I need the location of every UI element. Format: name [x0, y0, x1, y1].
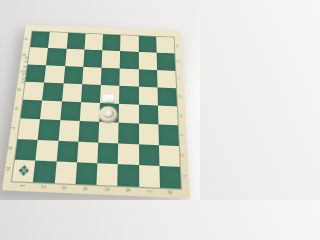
- square[interactable]: [77, 141, 99, 163]
- square[interactable]: [138, 36, 156, 53]
- file-label: f: [10, 127, 15, 129]
- square[interactable]: [75, 162, 97, 185]
- square[interactable]: [84, 34, 103, 51]
- square[interactable]: [120, 68, 139, 86]
- square[interactable]: [158, 106, 178, 126]
- rank-label: 2: [40, 185, 46, 189]
- rank-label: 6: [125, 189, 131, 193]
- square[interactable]: [101, 67, 120, 85]
- square[interactable]: [82, 66, 102, 84]
- square[interactable]: [78, 121, 99, 142]
- square[interactable]: [157, 70, 176, 88]
- square[interactable]: [120, 35, 138, 52]
- square[interactable]: [97, 142, 118, 164]
- square[interactable]: [102, 51, 121, 69]
- square[interactable]: [158, 125, 179, 146]
- square[interactable]: [33, 160, 56, 183]
- square[interactable]: [23, 81, 44, 100]
- square[interactable]: [20, 100, 42, 120]
- square[interactable]: [40, 100, 61, 120]
- square[interactable]: [139, 144, 160, 166]
- file-label: h: [5, 168, 11, 171]
- square[interactable]: [139, 124, 159, 145]
- square[interactable]: [159, 145, 180, 167]
- square[interactable]: [120, 51, 138, 69]
- square[interactable]: [138, 69, 157, 87]
- file-label: b: [176, 60, 181, 63]
- photo-scene: { "game": "chess", "scene": { "descripti…: [0, 0, 200, 200]
- file-label: g: [8, 146, 14, 149]
- file-label: b: [21, 54, 26, 57]
- file-label: e: [13, 107, 18, 110]
- square[interactable]: [54, 161, 77, 184]
- rank-label: 7: [146, 190, 152, 194]
- square[interactable]: [26, 64, 47, 82]
- square[interactable]: [62, 83, 82, 102]
- board-perspective-wrapper: US CHESS ❖ 12345678abcdefghabcdefgh: [2, 25, 190, 199]
- square[interactable]: [96, 163, 118, 186]
- square[interactable]: [28, 47, 48, 64]
- file-label: a: [175, 44, 180, 47]
- square[interactable]: [46, 48, 66, 66]
- square[interactable]: [30, 31, 50, 48]
- file-label: e: [178, 114, 183, 117]
- square[interactable]: [56, 140, 78, 162]
- square[interactable]: [58, 120, 79, 141]
- board-grid: [12, 31, 181, 188]
- square[interactable]: [83, 50, 102, 68]
- square[interactable]: [81, 84, 101, 103]
- square[interactable]: [118, 123, 138, 144]
- quad-pawn-diamond-logo-icon: ❖: [12, 159, 35, 183]
- square[interactable]: [60, 101, 81, 121]
- square[interactable]: [44, 65, 64, 83]
- file-label: c: [176, 78, 181, 80]
- coordinate-labels: 12345678abcdefghabcdefgh: [26, 25, 181, 32]
- rank-label: 4: [82, 187, 88, 191]
- square[interactable]: [66, 33, 85, 50]
- square[interactable]: [119, 86, 138, 105]
- square[interactable]: [18, 119, 40, 140]
- square[interactable]: [119, 104, 139, 124]
- white-pawn-head: [105, 110, 111, 116]
- square[interactable]: [15, 139, 38, 161]
- square[interactable]: [102, 34, 120, 51]
- square[interactable]: [157, 87, 177, 106]
- rank-label: 5: [103, 188, 109, 192]
- square[interactable]: [38, 120, 60, 141]
- square[interactable]: [65, 49, 85, 67]
- square[interactable]: [138, 105, 158, 125]
- square[interactable]: [156, 37, 174, 54]
- square[interactable]: [42, 82, 63, 101]
- chess-board: US CHESS ❖ 12345678abcdefghabcdefgh: [2, 25, 190, 199]
- file-label: g: [180, 154, 185, 157]
- rank-label: 1: [18, 184, 24, 188]
- square[interactable]: [139, 165, 160, 188]
- board-tilt-wrapper: US CHESS ❖ 12345678abcdefghabcdefgh: [11, 14, 188, 191]
- square[interactable]: [63, 66, 83, 84]
- square[interactable]: [118, 143, 139, 165]
- file-label: h: [181, 175, 187, 178]
- square[interactable]: [159, 166, 181, 189]
- square[interactable]: [156, 53, 175, 71]
- file-label: a: [24, 37, 29, 40]
- square[interactable]: [138, 52, 156, 70]
- file-label: c: [19, 71, 24, 73]
- rank-label: 3: [61, 186, 67, 190]
- file-label: f: [178, 134, 183, 136]
- small-white-object[interactable]: [102, 94, 114, 102]
- square[interactable]: [118, 164, 139, 187]
- square[interactable]: [138, 86, 157, 105]
- file-label: d: [16, 88, 21, 91]
- file-label: d: [177, 95, 182, 98]
- square[interactable]: [36, 139, 58, 161]
- square[interactable]: [48, 32, 67, 49]
- rank-label: 8: [167, 190, 173, 194]
